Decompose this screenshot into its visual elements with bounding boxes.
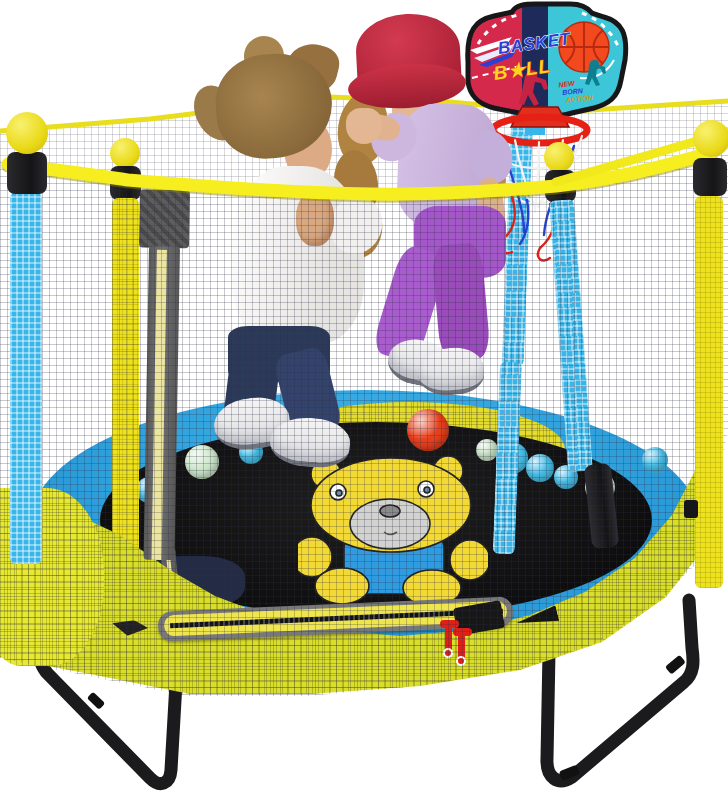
pole-foam-collar: [545, 170, 576, 202]
pole-cap: [544, 142, 574, 172]
pole-foam-collar: [110, 166, 141, 200]
pole-foam-collar: [693, 158, 727, 196]
door-zipper-top: [139, 189, 190, 248]
pole-bracket: [684, 500, 698, 518]
pole-front-left: [10, 192, 42, 564]
pole-cap: [6, 112, 48, 154]
pole-front-right: [695, 196, 723, 588]
trampoline-product-photo: BASKET B★LL NEW BORN ACTION: [0, 0, 728, 800]
door-zipper: [132, 187, 202, 560]
pole-cap: [110, 138, 140, 168]
leg-foot-pad: [665, 655, 686, 675]
pole-foam-collar: [7, 152, 47, 194]
pole-cap: [693, 120, 728, 157]
zipper-pull-ring: [443, 648, 453, 658]
zipper-pull-ring: [456, 656, 466, 666]
